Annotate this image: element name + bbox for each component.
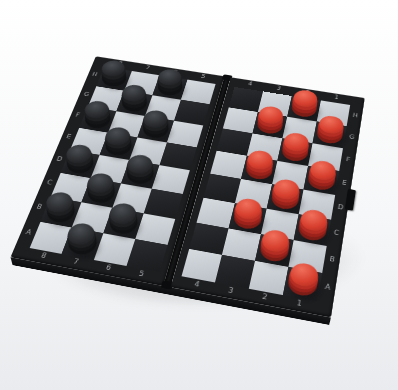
- rank-label-A: A: [321, 284, 333, 292]
- square-B2[interactable]: [255, 234, 294, 267]
- red-piece-A1[interactable]: [283, 267, 322, 302]
- square-A5[interactable]: [126, 239, 167, 272]
- square-A2[interactable]: [249, 261, 289, 295]
- clasp-latch[interactable]: [345, 189, 356, 211]
- rank-label-F: F: [72, 112, 83, 118]
- rank-label-D: D: [335, 204, 347, 211]
- rank-label-G: G: [346, 134, 357, 141]
- square-B4[interactable]: [189, 223, 228, 255]
- square-E5[interactable]: [159, 142, 196, 170]
- rank-label-F: F: [342, 157, 353, 164]
- rank-label-D: D: [53, 156, 65, 163]
- rank-label-H: H: [89, 72, 100, 78]
- page-background: { "game": "checkers (draughts), folding …: [0, 0, 398, 390]
- square-D5[interactable]: [152, 165, 190, 194]
- red-piece-B2[interactable]: [255, 234, 294, 267]
- rank-label-B: B: [326, 256, 338, 264]
- rank-label-E: E: [339, 180, 350, 187]
- rank-label-G: G: [81, 92, 92, 98]
- rank-label-C: C: [330, 229, 342, 237]
- square-H5[interactable]: [181, 80, 216, 105]
- rank-label-B: B: [33, 204, 46, 211]
- rank-label-C: C: [43, 179, 55, 186]
- rank-label-A: A: [22, 229, 35, 237]
- rank-label-H: H: [350, 113, 361, 119]
- square-A1[interactable]: [283, 267, 322, 302]
- file-label-1: 1: [321, 93, 351, 102]
- rank-label-E: E: [63, 134, 75, 141]
